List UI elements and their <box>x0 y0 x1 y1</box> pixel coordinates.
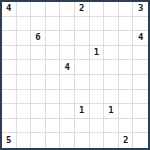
empty-cell[interactable] <box>17 31 32 46</box>
clue-cell: 3 <box>133 2 148 17</box>
empty-cell[interactable] <box>75 119 90 134</box>
empty-cell[interactable] <box>17 46 32 61</box>
clue-cell: 4 <box>60 60 75 75</box>
empty-cell[interactable] <box>46 60 61 75</box>
empty-cell[interactable] <box>2 90 17 105</box>
empty-cell[interactable] <box>31 2 46 17</box>
clue-cell: 4 <box>2 2 17 17</box>
clue-cell: 1 <box>75 104 90 119</box>
empty-cell[interactable] <box>119 31 134 46</box>
empty-cell[interactable] <box>90 119 105 134</box>
clue-cell: 5 <box>2 133 17 148</box>
empty-cell[interactable] <box>119 2 134 17</box>
empty-cell[interactable] <box>2 104 17 119</box>
empty-cell[interactable] <box>119 104 134 119</box>
empty-cell[interactable] <box>104 133 119 148</box>
puzzle-board: 42364141152 <box>0 0 150 150</box>
empty-cell[interactable] <box>60 90 75 105</box>
empty-cell[interactable] <box>60 31 75 46</box>
empty-cell[interactable] <box>17 90 32 105</box>
empty-cell[interactable] <box>104 75 119 90</box>
empty-cell[interactable] <box>31 104 46 119</box>
empty-cell[interactable] <box>75 31 90 46</box>
empty-cell[interactable] <box>17 75 32 90</box>
empty-cell[interactable] <box>60 119 75 134</box>
clue-cell: 2 <box>119 133 134 148</box>
empty-cell[interactable] <box>133 104 148 119</box>
empty-cell[interactable] <box>31 60 46 75</box>
empty-cell[interactable] <box>104 119 119 134</box>
empty-cell[interactable] <box>90 31 105 46</box>
empty-cell[interactable] <box>90 90 105 105</box>
empty-cell[interactable] <box>31 46 46 61</box>
empty-cell[interactable] <box>31 133 46 148</box>
empty-cell[interactable] <box>46 46 61 61</box>
empty-cell[interactable] <box>119 46 134 61</box>
empty-cell[interactable] <box>60 46 75 61</box>
empty-cell[interactable] <box>90 60 105 75</box>
empty-cell[interactable] <box>60 104 75 119</box>
empty-cell[interactable] <box>104 60 119 75</box>
empty-cell[interactable] <box>60 2 75 17</box>
empty-cell[interactable] <box>104 46 119 61</box>
empty-cell[interactable] <box>46 17 61 32</box>
empty-cell[interactable] <box>60 133 75 148</box>
empty-cell[interactable] <box>46 2 61 17</box>
empty-cell[interactable] <box>46 104 61 119</box>
empty-cell[interactable] <box>17 119 32 134</box>
empty-cell[interactable] <box>90 2 105 17</box>
empty-cell[interactable] <box>46 75 61 90</box>
empty-cell[interactable] <box>119 60 134 75</box>
clue-cell: 1 <box>104 104 119 119</box>
empty-cell[interactable] <box>133 119 148 134</box>
empty-cell[interactable] <box>46 133 61 148</box>
empty-cell[interactable] <box>75 133 90 148</box>
empty-cell[interactable] <box>133 60 148 75</box>
empty-cell[interactable] <box>119 119 134 134</box>
empty-cell[interactable] <box>60 75 75 90</box>
empty-cell[interactable] <box>90 104 105 119</box>
empty-cell[interactable] <box>90 133 105 148</box>
empty-cell[interactable] <box>104 90 119 105</box>
empty-cell[interactable] <box>133 46 148 61</box>
empty-cell[interactable] <box>119 90 134 105</box>
empty-cell[interactable] <box>2 75 17 90</box>
empty-cell[interactable] <box>133 90 148 105</box>
empty-cell[interactable] <box>46 31 61 46</box>
empty-cell[interactable] <box>60 17 75 32</box>
empty-cell[interactable] <box>2 17 17 32</box>
empty-cell[interactable] <box>104 2 119 17</box>
empty-cell[interactable] <box>75 75 90 90</box>
clue-cell: 6 <box>31 31 46 46</box>
empty-cell[interactable] <box>46 119 61 134</box>
empty-cell[interactable] <box>75 17 90 32</box>
empty-cell[interactable] <box>2 46 17 61</box>
empty-cell[interactable] <box>133 17 148 32</box>
empty-cell[interactable] <box>17 2 32 17</box>
empty-cell[interactable] <box>119 75 134 90</box>
empty-cell[interactable] <box>2 119 17 134</box>
empty-cell[interactable] <box>2 60 17 75</box>
empty-cell[interactable] <box>17 133 32 148</box>
empty-cell[interactable] <box>104 17 119 32</box>
empty-cell[interactable] <box>75 46 90 61</box>
empty-cell[interactable] <box>31 17 46 32</box>
empty-cell[interactable] <box>17 60 32 75</box>
empty-cell[interactable] <box>90 75 105 90</box>
empty-cell[interactable] <box>2 31 17 46</box>
empty-cell[interactable] <box>75 90 90 105</box>
clue-cell: 1 <box>90 46 105 61</box>
empty-cell[interactable] <box>133 133 148 148</box>
empty-cell[interactable] <box>17 104 32 119</box>
empty-cell[interactable] <box>31 90 46 105</box>
empty-cell[interactable] <box>31 75 46 90</box>
empty-cell[interactable] <box>90 17 105 32</box>
empty-cell[interactable] <box>104 31 119 46</box>
empty-cell[interactable] <box>31 119 46 134</box>
empty-cell[interactable] <box>133 75 148 90</box>
clue-cell: 4 <box>133 31 148 46</box>
empty-cell[interactable] <box>75 60 90 75</box>
clue-cell: 2 <box>75 2 90 17</box>
empty-cell[interactable] <box>46 90 61 105</box>
empty-cell[interactable] <box>17 17 32 32</box>
empty-cell[interactable] <box>119 17 134 32</box>
